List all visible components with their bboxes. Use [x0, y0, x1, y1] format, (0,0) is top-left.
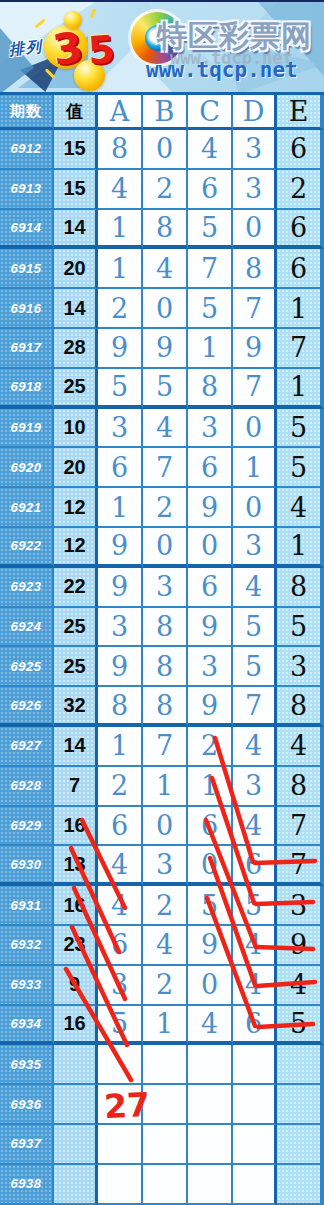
digit-cell: 4: [188, 1006, 233, 1046]
digit-cell: 6: [188, 448, 233, 488]
sum-cell: 16: [54, 807, 98, 847]
trend-grid: 期数值ABCDE69121580436691315426326914141850…: [0, 92, 324, 1205]
digit-cell: 9: [188, 926, 233, 966]
digit-cell: 3: [233, 528, 277, 568]
digit-cell: [233, 1085, 277, 1125]
sum-cell: [54, 1045, 98, 1085]
digit-cell: 2: [98, 767, 143, 807]
digit-cell: 2: [143, 966, 188, 1006]
period-cell: 6929: [0, 807, 54, 847]
digit-cell: 0: [233, 488, 277, 528]
digit-cell: [98, 1125, 143, 1165]
digit-cell: 8: [98, 687, 143, 727]
e-cell: 4: [277, 488, 324, 528]
lottery-trend-chart-screen: 排列 3 5 特区彩票网 www.tqcp.net www.tqcp.net 期…: [0, 0, 324, 1205]
digit-cell: 1: [143, 1006, 188, 1046]
digit-cell: 1: [233, 448, 277, 488]
digit-cell: 1: [188, 329, 233, 369]
digit-cell: 2: [188, 727, 233, 767]
header-cell-digit-c: C: [188, 95, 233, 130]
sum-cell: 25: [54, 608, 98, 648]
digit-cell: [188, 1165, 233, 1205]
e-cell: 4: [277, 966, 324, 1006]
digit-cell: 5: [98, 369, 143, 409]
digit-cell: 6: [188, 807, 233, 847]
digit-cell: 4: [233, 568, 277, 608]
period-cell: 6921: [0, 488, 54, 528]
period-cell: 6922: [0, 528, 54, 568]
digit-cell: 0: [233, 409, 277, 449]
period-cell: 6936: [0, 1085, 54, 1125]
site-url: www.tqcp.net: [146, 58, 298, 82]
digit-cell: 9: [98, 329, 143, 369]
period-cell: 6938: [0, 1165, 54, 1205]
digit-cell: 9: [98, 647, 143, 687]
digit-cell: 6: [98, 926, 143, 966]
sum-cell: 25: [54, 647, 98, 687]
digit-cell: 4: [233, 807, 277, 847]
digit-cell: 4: [188, 130, 233, 170]
period-cell: 6920: [0, 448, 54, 488]
digit-cell: 1: [98, 727, 143, 767]
period-cell: 6914: [0, 210, 54, 250]
period-cell: 6917: [0, 329, 54, 369]
e-cell: 8: [277, 687, 324, 727]
digit-cell: 2: [143, 886, 188, 926]
digit-cell: 3: [143, 568, 188, 608]
period-cell: 6932: [0, 926, 54, 966]
header-cell-sum: 值: [54, 95, 98, 130]
digit-cell: 6: [233, 846, 277, 886]
period-cell: 6937: [0, 1125, 54, 1165]
digit-cell: 2: [98, 289, 143, 329]
header-cell-digit-a: A: [98, 95, 143, 130]
period-cell: 6934: [0, 1006, 54, 1046]
digit-cell: 1: [143, 767, 188, 807]
digit-cell: 5: [233, 608, 277, 648]
e-cell: 7: [277, 846, 324, 886]
sum-cell: 12: [54, 488, 98, 528]
digit-cell: 1: [98, 249, 143, 289]
sum-cell: 12: [54, 528, 98, 568]
e-cell: 6: [277, 210, 324, 250]
period-cell: 6933: [0, 966, 54, 1006]
digit-cell: 3: [98, 608, 143, 648]
e-cell: 6: [277, 130, 324, 170]
digit-cell: 5: [233, 647, 277, 687]
e-cell: 8: [277, 767, 324, 807]
digit-cell: 8: [143, 608, 188, 648]
digit-cell: 1: [98, 488, 143, 528]
digit-cell: 9: [143, 329, 188, 369]
digit-cell: 3: [98, 966, 143, 1006]
digit-cell: 9: [188, 488, 233, 528]
e-cell: 1: [277, 289, 324, 329]
digit-cell: 4: [143, 926, 188, 966]
sum-cell: 14: [54, 727, 98, 767]
digit-cell: 3: [233, 767, 277, 807]
header-cell-period: 期数: [0, 95, 54, 130]
digit-cell: [143, 1045, 188, 1085]
period-cell: 6927: [0, 727, 54, 767]
period-cell: 6926: [0, 687, 54, 727]
sum-cell: 16: [54, 886, 98, 926]
digit-cell: 6: [98, 448, 143, 488]
e-cell: [277, 1085, 324, 1125]
sparkle-ray-icon: [90, 8, 96, 18]
digit-cell: 8: [233, 249, 277, 289]
sum-cell: 13: [54, 846, 98, 886]
digit-cell: 4: [143, 249, 188, 289]
digit-cell: 3: [188, 409, 233, 449]
e-cell: 3: [277, 886, 324, 926]
digit-cell: [98, 1045, 143, 1085]
e-cell: 3: [277, 647, 324, 687]
digit-cell: 1: [98, 210, 143, 250]
sum-cell: 22: [54, 568, 98, 608]
sum-cell: 10: [54, 409, 98, 449]
digit-cell: 5: [188, 886, 233, 926]
sum-cell: 25: [54, 369, 98, 409]
digit-cell: 2: [143, 170, 188, 210]
digit-cell: 0: [143, 528, 188, 568]
sum-cell: 15: [54, 130, 98, 170]
digit-cell: 4: [143, 409, 188, 449]
digit-cell: 5: [188, 210, 233, 250]
sum-cell: 15: [54, 170, 98, 210]
e-cell: 2: [277, 170, 324, 210]
digit-cell: [188, 1125, 233, 1165]
digit-cell: 7: [143, 448, 188, 488]
digit-cell: 7: [188, 249, 233, 289]
sum-cell: [54, 1125, 98, 1165]
digit-cell: 0: [188, 966, 233, 1006]
digit-cell: 5: [143, 369, 188, 409]
digit-cell: [233, 1165, 277, 1205]
digit-cell: 8: [188, 369, 233, 409]
digit-cell: 1: [188, 767, 233, 807]
period-cell: 6918: [0, 369, 54, 409]
digit-cell: [233, 1125, 277, 1165]
digit-cell: 0: [188, 846, 233, 886]
digit-cell: 4: [233, 926, 277, 966]
digit-cell: 8: [143, 210, 188, 250]
digit-cell: 7: [143, 727, 188, 767]
e-cell: 7: [277, 329, 324, 369]
period-cell: 6916: [0, 289, 54, 329]
e-cell: 7: [277, 807, 324, 847]
digit-cell: [233, 1045, 277, 1085]
digit-cell: 7: [233, 687, 277, 727]
e-cell: 4: [277, 727, 324, 767]
period-cell: 6912: [0, 130, 54, 170]
digit-cell: 8: [143, 687, 188, 727]
e-cell: 5: [277, 1006, 324, 1046]
digit-cell: 3: [143, 846, 188, 886]
period-cell: 6925: [0, 647, 54, 687]
period-cell: 6930: [0, 846, 54, 886]
e-cell: 5: [277, 409, 324, 449]
digit-cell: 0: [143, 289, 188, 329]
digit-cell: [188, 1045, 233, 1085]
e-cell: 5: [277, 448, 324, 488]
sum-cell: [54, 1085, 98, 1125]
sum-cell: 16: [54, 1006, 98, 1046]
e-cell: 1: [277, 369, 324, 409]
header-cell-digit-d: D: [233, 95, 277, 130]
digit-cell: 6: [188, 568, 233, 608]
digit-cell: 9: [233, 329, 277, 369]
digit-cell: 0: [143, 807, 188, 847]
digit-cell: 5: [98, 1006, 143, 1046]
digit-cell: 5: [188, 289, 233, 329]
sum-cell: 20: [54, 448, 98, 488]
sum-cell: 7: [54, 767, 98, 807]
sum-cell: 14: [54, 210, 98, 250]
annotation-note: 27: [103, 1085, 151, 1126]
sum-cell: [54, 1165, 98, 1205]
digit-cell: 4: [233, 966, 277, 1006]
digit-cell: 3: [233, 130, 277, 170]
digit-cell: 6: [233, 1006, 277, 1046]
sum-cell: 32: [54, 687, 98, 727]
logo-pailie-text: 排列: [8, 37, 44, 59]
digit-cell: 8: [143, 647, 188, 687]
digit-cell: [98, 1165, 143, 1205]
e-cell: 9: [277, 926, 324, 966]
period-cell: 6919: [0, 409, 54, 449]
e-cell: [277, 1125, 324, 1165]
digit-cell: 5: [233, 886, 277, 926]
digit-cell: [143, 1165, 188, 1205]
digit-cell: 3: [188, 647, 233, 687]
e-cell: [277, 1045, 324, 1085]
sum-cell: 9: [54, 966, 98, 1006]
digit-cell: 4: [98, 170, 143, 210]
digit-cell: 9: [188, 608, 233, 648]
sum-cell: 20: [54, 249, 98, 289]
digit-cell: 9: [98, 568, 143, 608]
period-cell: 6931: [0, 886, 54, 926]
period-cell: 6923: [0, 568, 54, 608]
digit-cell: 0: [143, 130, 188, 170]
digit-cell: 3: [233, 170, 277, 210]
digit-cell: 9: [188, 687, 233, 727]
digit-cell: 0: [233, 210, 277, 250]
digit-cell: 4: [98, 886, 143, 926]
sum-cell: 23: [54, 926, 98, 966]
period-cell: 6924: [0, 608, 54, 648]
header-cell-digit-e: E: [277, 95, 324, 130]
digit-cell: 6: [98, 807, 143, 847]
period-cell: 6935: [0, 1045, 54, 1085]
logo-digit-5: 5: [86, 27, 115, 73]
digit-cell: 4: [233, 727, 277, 767]
period-cell: 6915: [0, 249, 54, 289]
header-cell-digit-b: B: [143, 95, 188, 130]
digit-cell: 0: [188, 528, 233, 568]
digit-cell: [188, 1085, 233, 1125]
digit-cell: 9: [98, 528, 143, 568]
site-banner: 排列 3 5 特区彩票网 www.tqcp.net www.tqcp.net: [0, 0, 324, 94]
sum-cell: 28: [54, 329, 98, 369]
e-cell: 1: [277, 528, 324, 568]
digit-cell: 4: [98, 846, 143, 886]
period-cell: 6928: [0, 767, 54, 807]
period-cell: 6913: [0, 170, 54, 210]
sum-cell: 14: [54, 289, 98, 329]
e-cell: [277, 1165, 324, 1205]
e-cell: 8: [277, 568, 324, 608]
e-cell: 6: [277, 249, 324, 289]
digit-cell: 3: [98, 409, 143, 449]
digit-cell: 7: [233, 289, 277, 329]
digit-cell: [143, 1125, 188, 1165]
digit-cell: 2: [143, 488, 188, 528]
digit-cell: 6: [188, 170, 233, 210]
e-cell: 5: [277, 608, 324, 648]
digit-cell: 8: [98, 130, 143, 170]
digit-cell: 7: [233, 369, 277, 409]
